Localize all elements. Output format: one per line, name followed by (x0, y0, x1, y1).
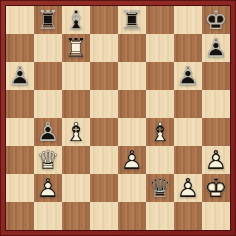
square-h2[interactable]: ♚♔ (202, 174, 230, 202)
black-rook-glyph-outline: ♖ (118, 6, 146, 34)
square-a8[interactable] (6, 6, 34, 34)
white-bishop-glyph-outline: ♗ (146, 118, 174, 146)
square-f7[interactable] (146, 34, 174, 62)
square-c5[interactable] (62, 90, 90, 118)
white-rook-piece: ♜♖ (62, 34, 90, 62)
square-c1[interactable] (62, 202, 90, 230)
square-c2[interactable] (62, 174, 90, 202)
square-b3[interactable]: ♛♕ (34, 146, 62, 174)
square-d2[interactable] (90, 174, 118, 202)
square-b6[interactable] (34, 62, 62, 90)
square-c8[interactable]: ♝♗ (62, 6, 90, 34)
square-g1[interactable] (174, 202, 202, 230)
white-bishop-piece: ♝♗ (62, 118, 90, 146)
black-pawn-piece: ♟♙ (34, 118, 62, 146)
square-a2[interactable] (6, 174, 34, 202)
black-rook-glyph-outline: ♖ (34, 6, 62, 34)
white-pawn-piece: ♟♙ (174, 174, 202, 202)
square-f8[interactable] (146, 6, 174, 34)
square-g8[interactable] (174, 6, 202, 34)
white-pawn-glyph-outline: ♙ (34, 174, 62, 202)
square-e4[interactable] (118, 118, 146, 146)
square-h3[interactable]: ♟♙ (202, 146, 230, 174)
square-h5[interactable] (202, 90, 230, 118)
white-king-piece: ♚♔ (202, 174, 230, 202)
square-e3[interactable]: ♟♙ (118, 146, 146, 174)
square-g6[interactable]: ♟♙ (174, 62, 202, 90)
square-g5[interactable] (174, 90, 202, 118)
square-h1[interactable] (202, 202, 230, 230)
square-a5[interactable] (6, 90, 34, 118)
square-f1[interactable] (146, 202, 174, 230)
black-pawn-piece: ♟♙ (6, 62, 34, 90)
square-c7[interactable]: ♜♖ (62, 34, 90, 62)
square-c4[interactable]: ♝♗ (62, 118, 90, 146)
square-g2[interactable]: ♟♙ (174, 174, 202, 202)
black-pawn-glyph-outline: ♙ (202, 34, 230, 62)
black-bishop-glyph-outline: ♗ (62, 6, 90, 34)
square-c3[interactable] (62, 146, 90, 174)
black-rook-piece: ♜♖ (118, 6, 146, 34)
black-pawn-piece: ♟♙ (174, 62, 202, 90)
square-b7[interactable] (34, 34, 62, 62)
square-a1[interactable] (6, 202, 34, 230)
square-b4[interactable]: ♟♙ (34, 118, 62, 146)
white-pawn-piece: ♟♙ (202, 146, 230, 174)
square-h4[interactable] (202, 118, 230, 146)
white-pawn-glyph-outline: ♙ (202, 146, 230, 174)
white-rook-glyph-outline: ♖ (62, 34, 90, 62)
white-king-glyph-outline: ♔ (202, 174, 230, 202)
square-a3[interactable] (6, 146, 34, 174)
board-frame: ♜♖♝♗♜♖♚♔♜♖♟♙♟♙♟♙♟♙♝♗♝♗♛♕♟♙♟♙♟♙♛♕♟♙♚♔ (0, 0, 236, 236)
square-d3[interactable] (90, 146, 118, 174)
black-pawn-glyph-outline: ♙ (34, 118, 62, 146)
square-e8[interactable]: ♜♖ (118, 6, 146, 34)
black-pawn-glyph-outline: ♙ (6, 62, 34, 90)
square-c6[interactable] (62, 62, 90, 90)
white-pawn-piece: ♟♙ (118, 146, 146, 174)
black-pawn-glyph-outline: ♙ (174, 62, 202, 90)
black-bishop-piece: ♝♗ (62, 6, 90, 34)
square-f3[interactable] (146, 146, 174, 174)
black-queen-glyph-outline: ♕ (146, 174, 174, 202)
square-h7[interactable]: ♟♙ (202, 34, 230, 62)
square-b5[interactable] (34, 90, 62, 118)
square-d4[interactable] (90, 118, 118, 146)
black-rook-piece: ♜♖ (34, 6, 62, 34)
square-g4[interactable] (174, 118, 202, 146)
square-d7[interactable] (90, 34, 118, 62)
square-e7[interactable] (118, 34, 146, 62)
square-a7[interactable] (6, 34, 34, 62)
square-d6[interactable] (90, 62, 118, 90)
white-bishop-glyph-outline: ♗ (62, 118, 90, 146)
black-pawn-piece: ♟♙ (202, 34, 230, 62)
white-queen-glyph-outline: ♕ (34, 146, 62, 174)
square-a6[interactable]: ♟♙ (6, 62, 34, 90)
white-pawn-glyph-outline: ♙ (118, 146, 146, 174)
square-f4[interactable]: ♝♗ (146, 118, 174, 146)
square-e1[interactable] (118, 202, 146, 230)
chess-board: ♜♖♝♗♜♖♚♔♜♖♟♙♟♙♟♙♟♙♝♗♝♗♛♕♟♙♟♙♟♙♛♕♟♙♚♔ (6, 6, 230, 230)
square-d8[interactable] (90, 6, 118, 34)
square-b2[interactable]: ♟♙ (34, 174, 62, 202)
black-queen-piece: ♛♕ (146, 174, 174, 202)
square-f5[interactable] (146, 90, 174, 118)
square-g7[interactable] (174, 34, 202, 62)
white-pawn-piece: ♟♙ (34, 174, 62, 202)
square-b8[interactable]: ♜♖ (34, 6, 62, 34)
white-bishop-piece: ♝♗ (146, 118, 174, 146)
black-king-piece: ♚♔ (202, 6, 230, 34)
white-queen-piece: ♛♕ (34, 146, 62, 174)
square-d1[interactable] (90, 202, 118, 230)
square-h8[interactable]: ♚♔ (202, 6, 230, 34)
square-d5[interactable] (90, 90, 118, 118)
square-e2[interactable] (118, 174, 146, 202)
black-king-glyph-outline: ♔ (202, 6, 230, 34)
square-h6[interactable] (202, 62, 230, 90)
square-g3[interactable] (174, 146, 202, 174)
square-f6[interactable] (146, 62, 174, 90)
square-e5[interactable] (118, 90, 146, 118)
square-f2[interactable]: ♛♕ (146, 174, 174, 202)
square-a4[interactable] (6, 118, 34, 146)
square-b1[interactable] (34, 202, 62, 230)
white-pawn-glyph-outline: ♙ (174, 174, 202, 202)
square-e6[interactable] (118, 62, 146, 90)
